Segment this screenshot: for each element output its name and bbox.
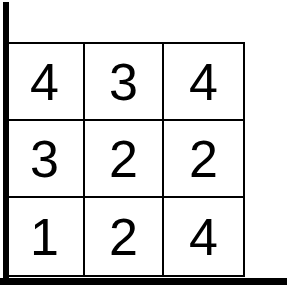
drawn-wall-bottom-segment[interactable] [0,278,287,285]
puzzle-board: 4 3 4 3 2 2 1 2 4 [4,42,245,277]
cell-r1c2[interactable]: 3 [85,44,164,121]
cell-r3c2[interactable]: 2 [85,198,164,275]
cell-r1c1[interactable]: 4 [6,44,85,121]
cell-r3c3[interactable]: 4 [164,198,243,275]
puzzle-canvas: 4 3 4 3 2 2 1 2 4 [0,0,287,287]
cell-r2c3[interactable]: 2 [164,121,243,198]
cell-r2c2[interactable]: 2 [85,121,164,198]
cell-r2c1[interactable]: 3 [6,121,85,198]
drawn-wall-left-segment[interactable] [3,2,9,284]
cell-r3c1[interactable]: 1 [6,198,85,275]
cell-r1c3[interactable]: 4 [164,44,243,121]
